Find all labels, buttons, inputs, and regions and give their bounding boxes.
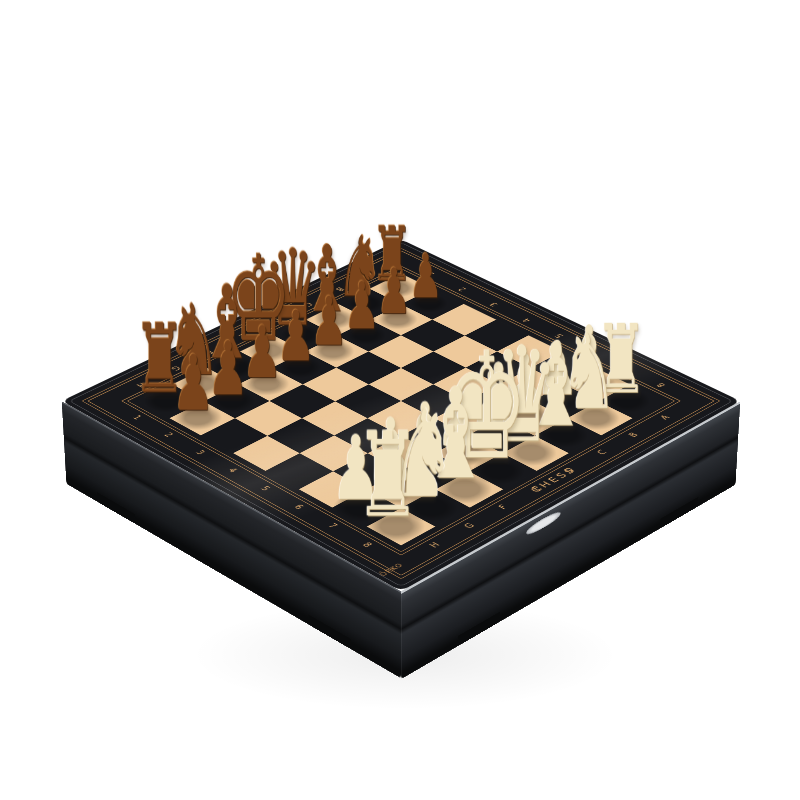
box-foot — [97, 492, 136, 524]
black-pawn-glyph: ♟ — [99, 346, 287, 423]
product-photo-scene: AABBCCDDEEFFGGHH1122334455667788 CHESS Ō… — [0, 0, 800, 800]
white-rook-glyph: ♜ — [289, 417, 486, 534]
box-foot — [660, 496, 699, 528]
chess-box-lid: AABBCCDDEEFFGGHH1122334455667788 CHESS Ō… — [62, 239, 741, 591]
